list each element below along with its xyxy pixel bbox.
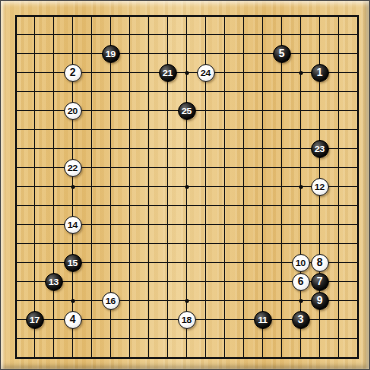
stone-9: 9 <box>311 292 329 310</box>
stone-25: 25 <box>178 102 196 120</box>
stone-13: 13 <box>45 273 63 291</box>
stone-10: 10 <box>292 254 310 272</box>
star-point <box>185 299 189 303</box>
star-point <box>299 299 303 303</box>
grid-line-vertical <box>357 15 359 359</box>
star-point <box>299 71 303 75</box>
stone-11: 11 <box>254 311 272 329</box>
grid-line-vertical <box>281 15 282 359</box>
stone-7: 7 <box>311 273 329 291</box>
star-point <box>71 299 75 303</box>
stone-18: 18 <box>178 311 196 329</box>
stone-17: 17 <box>26 311 44 329</box>
star-point <box>185 71 189 75</box>
stone-3: 3 <box>292 311 310 329</box>
star-point <box>185 185 189 189</box>
grid-line-horizontal <box>15 205 359 206</box>
grid-line-horizontal <box>15 357 359 359</box>
grid-line-vertical <box>262 15 263 359</box>
stone-23: 23 <box>311 140 329 158</box>
stone-21: 21 <box>159 64 177 82</box>
stone-15: 15 <box>64 254 82 272</box>
grid-line-vertical <box>224 15 225 359</box>
stone-4: 4 <box>64 311 82 329</box>
stone-14: 14 <box>64 216 82 234</box>
stone-20: 20 <box>64 102 82 120</box>
stone-8: 8 <box>311 254 329 272</box>
stone-12: 12 <box>311 178 329 196</box>
stone-22: 22 <box>64 159 82 177</box>
stone-1: 1 <box>311 64 329 82</box>
star-point <box>71 185 75 189</box>
grid-line-horizontal <box>15 243 359 244</box>
grid-line-horizontal <box>15 338 359 339</box>
go-board: 1234567891011121314151617181920212223242… <box>0 0 370 370</box>
stone-6: 6 <box>292 273 310 291</box>
stone-19: 19 <box>102 45 120 63</box>
grid-line-vertical <box>243 15 244 359</box>
stone-16: 16 <box>102 292 120 310</box>
grid-line-vertical <box>338 15 339 359</box>
stone-5: 5 <box>273 45 291 63</box>
stone-24: 24 <box>197 64 215 82</box>
star-point <box>299 185 303 189</box>
stone-2: 2 <box>64 64 82 82</box>
